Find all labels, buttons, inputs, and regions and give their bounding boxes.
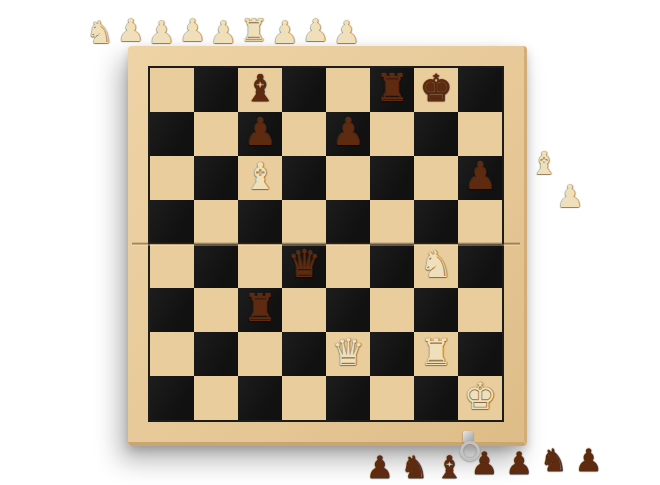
square-b6[interactable] xyxy=(194,156,238,200)
piece-white-pawn[interactable]: ♟ xyxy=(302,15,330,46)
square-h6[interactable]: ♟ xyxy=(458,156,502,200)
square-d7[interactable] xyxy=(282,112,326,156)
square-d5[interactable] xyxy=(282,200,326,244)
square-c8[interactable]: ♝ xyxy=(238,68,282,112)
piece-white-pawn[interactable]: ♟ xyxy=(117,15,145,46)
square-e8[interactable] xyxy=(326,68,370,112)
square-b1[interactable] xyxy=(194,376,238,420)
square-b5[interactable] xyxy=(194,200,238,244)
square-c6[interactable]: ♝ xyxy=(238,156,282,200)
square-c2[interactable] xyxy=(238,332,282,376)
square-c1[interactable] xyxy=(238,376,282,420)
square-e5[interactable] xyxy=(326,200,370,244)
square-g8[interactable]: ♚ xyxy=(414,68,458,112)
square-c3[interactable]: ♜ xyxy=(238,288,282,332)
square-d2[interactable] xyxy=(282,332,326,376)
piece-white-knight[interactable]: ♞ xyxy=(419,246,452,283)
square-a7[interactable] xyxy=(150,112,194,156)
square-a2[interactable] xyxy=(150,332,194,376)
square-a4[interactable] xyxy=(150,244,194,288)
square-e7[interactable]: ♟ xyxy=(326,112,370,156)
piece-black-rook[interactable]: ♜ xyxy=(243,290,276,327)
piece-white-queen[interactable]: ♛ xyxy=(331,334,364,371)
square-g3[interactable] xyxy=(414,288,458,332)
piece-white-knight[interactable]: ♞ xyxy=(86,17,114,48)
piece-white-bishop[interactable]: ♝ xyxy=(243,158,276,195)
square-a8[interactable] xyxy=(150,68,194,112)
square-g2[interactable]: ♜ xyxy=(414,332,458,376)
piece-white-bishop[interactable]: ♝ xyxy=(530,148,558,179)
piece-white-pawn[interactable]: ♟ xyxy=(148,17,176,48)
square-d6[interactable] xyxy=(282,156,326,200)
piece-black-pawn[interactable]: ♟ xyxy=(243,114,276,151)
piece-white-pawn[interactable]: ♟ xyxy=(332,17,360,48)
piece-white-pawn[interactable]: ♟ xyxy=(271,17,299,48)
square-f3[interactable] xyxy=(370,288,414,332)
piece-black-rook[interactable]: ♜ xyxy=(375,70,408,107)
captured-black-pieces-bottom-row: ♟♞♝♟♟♞♟ xyxy=(366,441,603,483)
piece-white-pawn[interactable]: ♟ xyxy=(178,15,206,46)
piece-white-king[interactable]: ♚ xyxy=(463,378,496,415)
piece-black-knight[interactable]: ♞ xyxy=(401,452,429,483)
square-c4[interactable] xyxy=(238,244,282,288)
square-g1[interactable] xyxy=(414,376,458,420)
piece-black-bishop[interactable]: ♝ xyxy=(436,452,464,483)
piece-white-rook[interactable]: ♜ xyxy=(240,15,268,46)
board-playfield: ♝♜♚♟♟♝♟♛♞♜♛♜♚ xyxy=(148,66,504,422)
captured-white-pieces-right-side: ♝♟ xyxy=(530,148,600,212)
square-h4[interactable] xyxy=(458,244,502,288)
square-h2[interactable] xyxy=(458,332,502,376)
square-b4[interactable] xyxy=(194,244,238,288)
square-c5[interactable] xyxy=(238,200,282,244)
square-f1[interactable] xyxy=(370,376,414,420)
square-b8[interactable] xyxy=(194,68,238,112)
square-h7[interactable] xyxy=(458,112,502,156)
square-d8[interactable] xyxy=(282,68,326,112)
captured-white-pieces-top-row: ♞♟♟♟♟♜♟♟♟ xyxy=(86,2,360,46)
chess-board: ♝♜♚♟♟♝♟♛♞♜♛♜♚ xyxy=(128,46,527,446)
square-b3[interactable] xyxy=(194,288,238,332)
square-a6[interactable] xyxy=(150,156,194,200)
piece-white-pawn[interactable]: ♟ xyxy=(556,181,584,212)
square-f5[interactable] xyxy=(370,200,414,244)
piece-black-queen[interactable]: ♛ xyxy=(287,246,320,283)
square-f7[interactable] xyxy=(370,112,414,156)
square-d4[interactable]: ♛ xyxy=(282,244,326,288)
piece-black-pawn[interactable]: ♟ xyxy=(575,445,603,476)
square-c7[interactable]: ♟ xyxy=(238,112,282,156)
square-h3[interactable] xyxy=(458,288,502,332)
piece-black-pawn[interactable]: ♟ xyxy=(505,448,533,479)
square-f2[interactable] xyxy=(370,332,414,376)
square-e1[interactable] xyxy=(326,376,370,420)
square-f6[interactable] xyxy=(370,156,414,200)
piece-black-pawn[interactable]: ♟ xyxy=(331,114,364,151)
square-b7[interactable] xyxy=(194,112,238,156)
square-e2[interactable]: ♛ xyxy=(326,332,370,376)
square-f4[interactable] xyxy=(370,244,414,288)
square-e6[interactable] xyxy=(326,156,370,200)
square-g6[interactable] xyxy=(414,156,458,200)
piece-white-rook[interactable]: ♜ xyxy=(419,334,452,371)
photo-stage: ♝♜♚♟♟♝♟♛♞♜♛♜♚ ♞♟♟♟♟♜♟♟♟ ♝♟ ♟♞♝♟♟♞♟ xyxy=(0,0,660,485)
square-d3[interactable] xyxy=(282,288,326,332)
square-h5[interactable] xyxy=(458,200,502,244)
square-a5[interactable] xyxy=(150,200,194,244)
piece-black-pawn[interactable]: ♟ xyxy=(366,452,394,483)
square-a3[interactable] xyxy=(150,288,194,332)
square-g4[interactable]: ♞ xyxy=(414,244,458,288)
square-e3[interactable] xyxy=(326,288,370,332)
piece-black-pawn[interactable]: ♟ xyxy=(470,448,498,479)
square-h1[interactable]: ♚ xyxy=(458,376,502,420)
square-g7[interactable] xyxy=(414,112,458,156)
piece-white-pawn[interactable]: ♟ xyxy=(209,17,237,48)
piece-black-knight[interactable]: ♞ xyxy=(540,445,568,476)
square-g5[interactable] xyxy=(414,200,458,244)
square-a1[interactable] xyxy=(150,376,194,420)
square-h8[interactable] xyxy=(458,68,502,112)
piece-black-pawn[interactable]: ♟ xyxy=(463,158,496,195)
square-f8[interactable]: ♜ xyxy=(370,68,414,112)
piece-black-king[interactable]: ♚ xyxy=(419,70,452,107)
square-d1[interactable] xyxy=(282,376,326,420)
square-b2[interactable] xyxy=(194,332,238,376)
piece-black-bishop[interactable]: ♝ xyxy=(243,70,276,107)
square-e4[interactable] xyxy=(326,244,370,288)
